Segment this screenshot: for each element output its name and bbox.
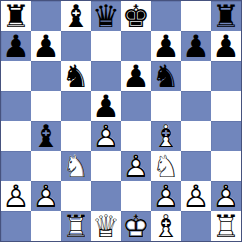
black-rook-icon: ♜ [1,1,31,31]
square-h6[interactable] [211,61,241,91]
square-d4[interactable]: ♟♙ [91,121,121,151]
square-h1[interactable]: ♜♖ [211,211,241,241]
black-knight-icon: ♞ [151,61,181,91]
chess-board: ♜♝♛♚♜♟♟♟♟♟♞♟♞♟♝♟♙♝♗♞♘♟♙♞♘♟♙♟♙♟♙♟♙♟♙♜♖♛♕♚… [0,0,242,242]
square-g8[interactable] [181,1,211,31]
black-pawn-icon: ♟ [151,31,181,61]
square-d7[interactable] [91,31,121,61]
square-d2[interactable] [91,181,121,211]
white-queen-icon: ♛♕ [91,211,121,241]
black-pawn-icon: ♟ [91,91,121,121]
black-pawn-icon: ♟ [181,31,211,61]
white-pawn-icon: ♟♙ [151,181,181,211]
black-pawn-icon: ♟ [1,31,31,61]
chess-board-container: ♜♝♛♚♜♟♟♟♟♟♞♟♞♟♝♟♙♝♗♞♘♟♙♞♘♟♙♟♙♟♙♟♙♟♙♜♖♛♕♚… [0,0,242,242]
square-h4[interactable] [211,121,241,151]
square-h2[interactable]: ♟♙ [211,181,241,211]
black-bishop-icon: ♝ [61,1,91,31]
white-pawn-icon: ♟♙ [181,181,211,211]
square-h7[interactable]: ♟ [211,31,241,61]
square-b6[interactable] [31,61,61,91]
black-knight-icon: ♞ [61,61,91,91]
square-b7[interactable]: ♟ [31,31,61,61]
square-a8[interactable]: ♜ [1,1,31,31]
square-c3[interactable]: ♞♘ [61,151,91,181]
square-e3[interactable]: ♟♙ [121,151,151,181]
square-c8[interactable]: ♝ [61,1,91,31]
square-a3[interactable] [1,151,31,181]
white-king-icon: ♚♔ [121,211,151,241]
black-pawn-icon: ♟ [211,31,241,61]
square-c4[interactable] [61,121,91,151]
square-f2[interactable]: ♟♙ [151,181,181,211]
square-g2[interactable]: ♟♙ [181,181,211,211]
square-d3[interactable] [91,151,121,181]
square-f1[interactable]: ♝♗ [151,211,181,241]
square-e7[interactable] [121,31,151,61]
square-c2[interactable] [61,181,91,211]
square-e4[interactable] [121,121,151,151]
white-pawn-icon: ♟♙ [31,181,61,211]
square-g3[interactable] [181,151,211,181]
square-b2[interactable]: ♟♙ [31,181,61,211]
square-d1[interactable]: ♛♕ [91,211,121,241]
square-c5[interactable] [61,91,91,121]
square-a7[interactable]: ♟ [1,31,31,61]
square-d6[interactable] [91,61,121,91]
square-b1[interactable] [31,211,61,241]
square-h5[interactable] [211,91,241,121]
square-a1[interactable] [1,211,31,241]
square-e8[interactable]: ♚ [121,1,151,31]
square-b5[interactable] [31,91,61,121]
square-a4[interactable] [1,121,31,151]
square-h8[interactable]: ♜ [211,1,241,31]
black-king-icon: ♚ [121,1,151,31]
white-knight-icon: ♞♘ [61,151,91,181]
square-d8[interactable]: ♛ [91,1,121,31]
white-pawn-icon: ♟♙ [211,181,241,211]
square-b3[interactable] [31,151,61,181]
white-rook-icon: ♜♖ [211,211,241,241]
black-pawn-icon: ♟ [121,61,151,91]
square-g5[interactable] [181,91,211,121]
square-c1[interactable]: ♜♖ [61,211,91,241]
square-a6[interactable] [1,61,31,91]
square-b4[interactable]: ♝ [31,121,61,151]
black-queen-icon: ♛ [91,1,121,31]
square-f6[interactable]: ♞ [151,61,181,91]
black-pawn-icon: ♟ [31,31,61,61]
white-bishop-icon: ♝♗ [151,121,181,151]
square-e2[interactable] [121,181,151,211]
square-f4[interactable]: ♝♗ [151,121,181,151]
square-f8[interactable] [151,1,181,31]
square-f5[interactable] [151,91,181,121]
square-g7[interactable]: ♟ [181,31,211,61]
white-knight-icon: ♞♘ [151,151,181,181]
square-f3[interactable]: ♞♘ [151,151,181,181]
black-rook-icon: ♜ [211,1,241,31]
square-d5[interactable]: ♟ [91,91,121,121]
square-c7[interactable] [61,31,91,61]
square-g4[interactable] [181,121,211,151]
square-f7[interactable]: ♟ [151,31,181,61]
square-e5[interactable] [121,91,151,121]
white-pawn-icon: ♟♙ [91,121,121,151]
white-rook-icon: ♜♖ [61,211,91,241]
black-bishop-icon: ♝ [31,121,61,151]
square-e6[interactable]: ♟ [121,61,151,91]
square-a2[interactable]: ♟♙ [1,181,31,211]
white-pawn-icon: ♟♙ [1,181,31,211]
white-pawn-icon: ♟♙ [121,151,151,181]
white-bishop-icon: ♝♗ [151,211,181,241]
square-h3[interactable] [211,151,241,181]
square-b8[interactable] [31,1,61,31]
square-c6[interactable]: ♞ [61,61,91,91]
square-e1[interactable]: ♚♔ [121,211,151,241]
square-a5[interactable] [1,91,31,121]
square-g1[interactable] [181,211,211,241]
square-g6[interactable] [181,61,211,91]
